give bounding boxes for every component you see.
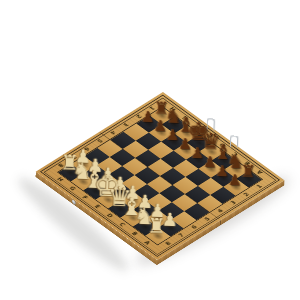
piece-dark-pawn: ♟ xyxy=(216,173,253,189)
chess-board: HGFEDCBA HGFEDCBA 12345678 12345678 ♜♞♝♛… xyxy=(36,92,285,260)
scene: HGFEDCBA HGFEDCBA 12345678 12345678 ♜♞♝♛… xyxy=(0,0,300,300)
fold-seam-side xyxy=(220,220,221,226)
piece-light-rook: ♜ xyxy=(138,215,175,237)
chess-set-photo: HGFEDCBA HGFEDCBA 12345678 12345678 ♜♞♝♛… xyxy=(0,0,300,300)
